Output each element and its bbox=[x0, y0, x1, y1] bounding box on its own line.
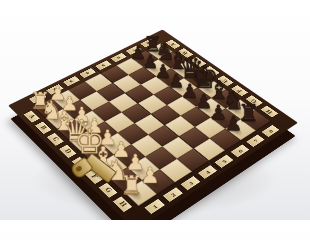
chess-board: ABCDEFGH 87654321 87654321 ABCDEFGH ♜♞♝♛… bbox=[8, 29, 298, 220]
piece-black-pawn[interactable]: ♟ bbox=[215, 114, 253, 134]
coordinate-label: 2 bbox=[162, 186, 184, 202]
piece-white-rook[interactable]: ♜ bbox=[111, 172, 152, 198]
coordinate-label: 3 bbox=[180, 175, 202, 191]
coordinate-label: 7 bbox=[245, 134, 265, 148]
photo-stage: ABCDEFGH 87654321 87654321 ABCDEFGH ♜♞♝♛… bbox=[0, 0, 310, 220]
square-d5[interactable] bbox=[138, 95, 167, 114]
coordinate-label: 8 bbox=[261, 124, 281, 137]
coordinate-label: 6 bbox=[230, 144, 251, 158]
board-squares: ♜♞♝♛♚♝♞♜♟♟♟♟♟♟♟♟♟♟♟♟♟♟♟♟♜♞♝♛♚♝♞♜ bbox=[34, 43, 271, 206]
scene: ABCDEFGH 87654321 87654321 ABCDEFGH ♜♞♝♛… bbox=[0, 0, 310, 220]
